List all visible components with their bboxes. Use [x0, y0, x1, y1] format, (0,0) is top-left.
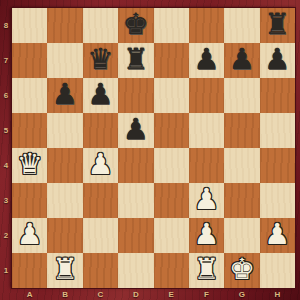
square-h4[interactable]: [260, 148, 295, 183]
white-pawn-h2: ♟: [264, 220, 290, 249]
square-c3[interactable]: [83, 183, 118, 218]
white-pawn-f3: ♟: [194, 185, 220, 214]
square-a6[interactable]: [12, 78, 47, 113]
square-d4[interactable]: [118, 148, 153, 183]
black-pawn-b6: ♟: [52, 80, 78, 109]
square-g3[interactable]: [224, 183, 259, 218]
square-e3[interactable]: [154, 183, 189, 218]
square-d6[interactable]: [118, 78, 153, 113]
square-g8[interactable]: [224, 8, 259, 43]
square-b7[interactable]: [47, 43, 82, 78]
square-f1[interactable]: ♜: [189, 253, 224, 288]
square-h7[interactable]: ♟: [260, 43, 295, 78]
rank-labels: 87654321: [0, 8, 12, 288]
square-h3[interactable]: [260, 183, 295, 218]
white-rook-f1: ♜: [194, 255, 220, 284]
square-c7[interactable]: ♛: [83, 43, 118, 78]
square-f5[interactable]: [189, 113, 224, 148]
black-pawn-h7: ♟: [264, 45, 290, 74]
square-e1[interactable]: [154, 253, 189, 288]
white-rook-b1: ♜: [52, 255, 78, 284]
square-d3[interactable]: [118, 183, 153, 218]
square-f4[interactable]: [189, 148, 224, 183]
square-a5[interactable]: [12, 113, 47, 148]
square-e6[interactable]: [154, 78, 189, 113]
chess-board: ♚♜♛♜♟♟♟♟♟♟♛♟♟♟♟♟♜♜♚: [12, 8, 295, 288]
square-h6[interactable]: [260, 78, 295, 113]
square-g6[interactable]: [224, 78, 259, 113]
white-king-g1: ♚: [229, 255, 255, 284]
black-king-d8: ♚: [123, 10, 149, 39]
white-pawn-a2: ♟: [17, 220, 43, 249]
rank-label-2: 2: [0, 218, 12, 253]
square-e8[interactable]: [154, 8, 189, 43]
square-e7[interactable]: [154, 43, 189, 78]
rank-label-1: 1: [0, 253, 12, 288]
white-pawn-f2: ♟: [194, 220, 220, 249]
file-label-c: C: [83, 288, 118, 300]
square-h2[interactable]: ♟: [260, 218, 295, 253]
black-pawn-g7: ♟: [229, 45, 255, 74]
square-e2[interactable]: [154, 218, 189, 253]
square-g7[interactable]: ♟: [224, 43, 259, 78]
black-rook-d7: ♜: [123, 45, 149, 74]
square-b2[interactable]: [47, 218, 82, 253]
white-queen-a4: ♛: [17, 150, 43, 179]
square-b5[interactable]: [47, 113, 82, 148]
square-c2[interactable]: [83, 218, 118, 253]
square-e4[interactable]: [154, 148, 189, 183]
square-f7[interactable]: ♟: [189, 43, 224, 78]
file-label-g: G: [224, 288, 259, 300]
black-queen-c7: ♛: [87, 45, 113, 74]
square-d1[interactable]: [118, 253, 153, 288]
square-e5[interactable]: [154, 113, 189, 148]
square-g4[interactable]: [224, 148, 259, 183]
square-a3[interactable]: [12, 183, 47, 218]
square-c4[interactable]: ♟: [83, 148, 118, 183]
square-f6[interactable]: [189, 78, 224, 113]
square-f3[interactable]: ♟: [189, 183, 224, 218]
file-label-b: B: [47, 288, 82, 300]
square-b1[interactable]: ♜: [47, 253, 82, 288]
square-h8[interactable]: ♜: [260, 8, 295, 43]
square-f2[interactable]: ♟: [189, 218, 224, 253]
rank-label-5: 5: [0, 113, 12, 148]
square-d5[interactable]: ♟: [118, 113, 153, 148]
rank-label-4: 4: [0, 148, 12, 183]
file-label-e: E: [154, 288, 189, 300]
rank-label-3: 3: [0, 183, 12, 218]
square-g5[interactable]: [224, 113, 259, 148]
square-d2[interactable]: [118, 218, 153, 253]
file-label-f: F: [189, 288, 224, 300]
square-c6[interactable]: ♟: [83, 78, 118, 113]
square-a4[interactable]: ♛: [12, 148, 47, 183]
square-g1[interactable]: ♚: [224, 253, 259, 288]
square-b4[interactable]: [47, 148, 82, 183]
rank-label-6: 6: [0, 78, 12, 113]
square-b8[interactable]: [47, 8, 82, 43]
file-label-h: H: [260, 288, 295, 300]
square-a7[interactable]: [12, 43, 47, 78]
black-rook-h8: ♜: [264, 10, 290, 39]
square-c5[interactable]: [83, 113, 118, 148]
square-b3[interactable]: [47, 183, 82, 218]
square-a8[interactable]: [12, 8, 47, 43]
rank-label-7: 7: [0, 43, 12, 78]
square-c1[interactable]: [83, 253, 118, 288]
black-pawn-d5: ♟: [123, 115, 149, 144]
white-pawn-c4: ♟: [87, 150, 113, 179]
square-d8[interactable]: ♚: [118, 8, 153, 43]
square-a2[interactable]: ♟: [12, 218, 47, 253]
rank-label-8: 8: [0, 8, 12, 43]
file-label-d: D: [118, 288, 153, 300]
square-c8[interactable]: [83, 8, 118, 43]
square-h1[interactable]: [260, 253, 295, 288]
square-b6[interactable]: ♟: [47, 78, 82, 113]
chess-diagram: 87654321 ♚♜♛♜♟♟♟♟♟♟♛♟♟♟♟♟♜♜♚ ABCDEFGH: [0, 0, 300, 300]
square-h5[interactable]: [260, 113, 295, 148]
black-pawn-c6: ♟: [87, 80, 113, 109]
square-d7[interactable]: ♜: [118, 43, 153, 78]
square-f8[interactable]: [189, 8, 224, 43]
black-pawn-f7: ♟: [194, 45, 220, 74]
file-label-a: A: [12, 288, 47, 300]
square-g2[interactable]: [224, 218, 259, 253]
square-a1[interactable]: [12, 253, 47, 288]
file-labels: ABCDEFGH: [12, 288, 295, 300]
